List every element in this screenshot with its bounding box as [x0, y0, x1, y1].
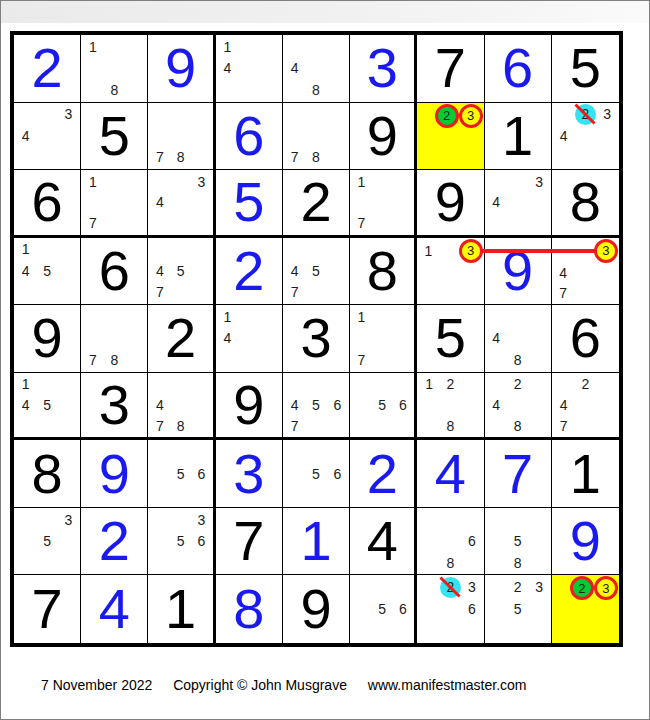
footer-date: 7 November 2022: [41, 677, 152, 693]
cell-r2c7[interactable]: 23: [417, 103, 484, 171]
footer: 7 November 2022 Copyright © John Musgrav…: [41, 677, 544, 693]
entered-digit: 9: [99, 446, 130, 502]
candidate: 1: [89, 40, 97, 54]
candidate: 4: [22, 264, 30, 278]
cell-r1c3[interactable]: 9: [148, 35, 215, 103]
candidate: 4: [291, 398, 299, 412]
cell-r3c4[interactable]: 5: [216, 170, 283, 238]
cell-r3c1[interactable]: 6: [14, 170, 81, 238]
candidate: 7: [156, 285, 164, 299]
pencil-marks: 234: [553, 104, 618, 169]
candidate: 8: [514, 419, 522, 433]
cell-r8c2[interactable]: 2: [81, 508, 148, 576]
cell-r6c8[interactable]: 248: [485, 373, 552, 441]
candidate: 7: [358, 216, 366, 230]
candidate: 2: [514, 580, 522, 594]
cell-r8c4[interactable]: 7: [216, 508, 283, 576]
pencil-marks: 34: [486, 171, 550, 234]
given-digit: 1: [570, 446, 601, 502]
pencil-marks: 14: [217, 36, 281, 101]
cell-r3c2[interactable]: 17: [81, 170, 148, 238]
cell-r3c3[interactable]: 34: [148, 170, 215, 238]
cell-r7c5[interactable]: 56: [283, 440, 350, 508]
candidate: 4: [223, 61, 231, 75]
given-digit: 5: [99, 108, 130, 164]
pencil-marks: 56: [351, 576, 413, 642]
cell-r9c1[interactable]: 7: [14, 575, 81, 643]
cell-r3c7[interactable]: 9: [417, 170, 484, 238]
cell-r6c5[interactable]: 4567: [283, 373, 350, 441]
pencil-marks: 18: [82, 36, 146, 101]
candidate: 6: [399, 398, 407, 412]
candidate: 5: [177, 534, 185, 548]
given-digit: 7: [233, 513, 264, 569]
cell-r8c7[interactable]: 68: [417, 508, 484, 576]
cell-r8c9[interactable]: 9: [552, 508, 619, 576]
cell-r5c2[interactable]: 78: [81, 305, 148, 373]
entered-digit: 2: [99, 513, 130, 569]
given-digit: 5: [570, 40, 601, 96]
pencil-marks: 23: [418, 104, 482, 169]
candidate: 1: [358, 175, 366, 189]
cell-r1c2[interactable]: 18: [81, 35, 148, 103]
sudoku-app-page: 2189144837653457867892312346173452179348…: [0, 0, 650, 720]
pencil-marks: 13: [418, 239, 482, 304]
cell-r5c3[interactable]: 2: [148, 305, 215, 373]
pencil-marks: 145: [15, 374, 79, 437]
candidate: 5: [43, 264, 51, 278]
cell-r9c9[interactable]: 23: [552, 575, 619, 643]
entered-digit: 2: [367, 446, 398, 502]
sudoku-board: 2189144837653457867892312346173452179348…: [10, 31, 623, 647]
pencil-marks: 4567: [284, 374, 348, 437]
candidate-circle-green: 2: [435, 104, 459, 128]
candidate: 4: [22, 398, 30, 412]
candidate: 4: [156, 264, 164, 278]
candidate: 3: [468, 580, 476, 594]
candidate: 7: [291, 419, 299, 433]
pencil-marks: 457: [149, 239, 211, 304]
entered-digit: 6: [233, 108, 264, 164]
cell-r8c8[interactable]: 58: [485, 508, 552, 576]
candidate-circle-yellow: 3: [594, 576, 618, 600]
candidate: 5: [514, 534, 522, 548]
entered-digit: 4: [435, 446, 466, 502]
cell-r2c2[interactable]: 5: [81, 103, 148, 171]
candidate: 5: [312, 264, 320, 278]
candidate: 8: [110, 83, 118, 97]
given-digit: 9: [435, 174, 466, 230]
cell-r5c8[interactable]: 48: [485, 305, 552, 373]
candidate: 1: [223, 310, 231, 324]
cell-r4c3[interactable]: 457: [148, 238, 215, 306]
candidate: 1: [424, 244, 432, 258]
candidate: 3: [197, 175, 205, 189]
cell-r4c7[interactable]: 13: [417, 238, 484, 306]
cell-r4c2[interactable]: 6: [81, 238, 148, 306]
cell-r6c4[interactable]: 9: [216, 373, 283, 441]
pencil-marks: 78: [284, 104, 348, 169]
cell-r5c4[interactable]: 14: [216, 305, 283, 373]
candidate: 5: [43, 398, 51, 412]
candidate: 4: [223, 331, 231, 345]
cell-r1c4[interactable]: 14: [216, 35, 283, 103]
given-digit: 6: [570, 310, 601, 366]
given-digit: 7: [435, 40, 466, 96]
candidate: 4: [492, 398, 500, 412]
candidate: 4: [22, 129, 30, 143]
entered-digit: 8: [233, 581, 264, 637]
cell-r5c1[interactable]: 9: [14, 305, 81, 373]
cell-r6c7[interactable]: 128: [417, 373, 484, 441]
candidate: 3: [535, 580, 543, 594]
cell-r1c8[interactable]: 6: [485, 35, 552, 103]
candidate: 7: [156, 419, 164, 433]
candidate: 4: [492, 195, 500, 209]
pencil-marks: 68: [418, 509, 482, 574]
given-digit: 2: [300, 174, 331, 230]
pencil-marks: 56: [284, 441, 348, 506]
candidate: 8: [177, 150, 185, 164]
candidate: 3: [197, 513, 205, 527]
pencil-marks: 14: [217, 306, 281, 371]
candidate: 3: [65, 107, 73, 121]
candidate: 1: [358, 310, 366, 324]
given-digit: 6: [32, 174, 63, 230]
candidate: 5: [177, 264, 185, 278]
cell-r9c2[interactable]: 4: [81, 575, 148, 643]
pencil-marks: 35: [15, 509, 79, 574]
candidate: 5: [378, 398, 386, 412]
pencil-marks: 457: [284, 239, 348, 304]
cell-r5c6[interactable]: 17: [350, 305, 417, 373]
candidate: 8: [177, 419, 185, 433]
pencil-marks: 17: [351, 171, 413, 234]
entered-digit: 3: [367, 40, 398, 96]
cell-r4c5[interactable]: 457: [283, 238, 350, 306]
candidate: 7: [89, 353, 97, 367]
cell-r4c6[interactable]: 8: [350, 238, 417, 306]
entered-digit: 2: [32, 40, 63, 96]
candidate: 2: [514, 377, 522, 391]
candidate: 7: [358, 353, 366, 367]
cell-r4c1[interactable]: 145: [14, 238, 81, 306]
pencil-marks: 248: [486, 374, 550, 437]
cell-r2c9[interactable]: 234: [552, 103, 619, 171]
cell-r5c9[interactable]: 6: [552, 305, 619, 373]
entered-digit: 7: [502, 446, 533, 502]
cell-r3c8[interactable]: 34: [485, 170, 552, 238]
cell-r6c2[interactable]: 3: [81, 373, 148, 441]
entered-digit: 3: [233, 446, 264, 502]
pencil-marks: 48: [284, 36, 348, 101]
cell-r3c9[interactable]: 8: [552, 170, 619, 238]
pencil-marks: 58: [486, 509, 550, 574]
footer-website: www.manifestmaster.com: [368, 677, 527, 693]
cell-r7c8[interactable]: 7: [485, 440, 552, 508]
cell-r3c5[interactable]: 2: [283, 170, 350, 238]
candidate: 7: [560, 419, 568, 433]
entered-digit: 5: [233, 174, 264, 230]
given-digit: 4: [367, 513, 398, 569]
entered-digit: 2: [233, 243, 264, 299]
candidate: 3: [535, 175, 543, 189]
given-digit: 8: [32, 446, 63, 502]
candidate: 7: [291, 285, 299, 299]
candidate: 5: [312, 467, 320, 481]
candidate: 2: [581, 377, 589, 391]
cell-r1c9[interactable]: 5: [552, 35, 619, 103]
pencil-marks: 478: [149, 374, 211, 437]
pencil-marks: 78: [149, 104, 211, 169]
cell-r1c5[interactable]: 48: [283, 35, 350, 103]
candidate-circle-yellow: 3: [594, 239, 618, 263]
candidate-circle-yellow: 3: [459, 104, 483, 128]
given-digit: 9: [367, 108, 398, 164]
candidate: 6: [468, 534, 476, 548]
candidate: 2: [447, 377, 455, 391]
pencil-marks: 235: [486, 576, 550, 642]
cell-r2c3[interactable]: 78: [148, 103, 215, 171]
candidate: 4: [560, 129, 568, 143]
given-digit: 1: [165, 581, 196, 637]
candidate: 8: [312, 83, 320, 97]
cell-r6c1[interactable]: 145: [14, 373, 81, 441]
cell-r2c4[interactable]: 6: [216, 103, 283, 171]
cell-r4c4[interactable]: 2: [216, 238, 283, 306]
given-digit: 2: [165, 310, 196, 366]
candidate: 4: [156, 398, 164, 412]
entered-digit: 1: [300, 513, 331, 569]
given-digit: 1: [502, 108, 533, 164]
cell-r1c6[interactable]: 3: [350, 35, 417, 103]
candidate: 6: [197, 534, 205, 548]
cell-r8c6[interactable]: 4: [350, 508, 417, 576]
cell-r9c7[interactable]: 236: [417, 575, 484, 643]
pencil-marks: 145: [15, 239, 79, 304]
candidate: 4: [560, 398, 568, 412]
cell-r7c9[interactable]: 1: [552, 440, 619, 508]
window-top-bar: [1, 1, 649, 23]
cell-r7c4[interactable]: 3: [216, 440, 283, 508]
candidate: 3: [65, 513, 73, 527]
candidate-circle-green: 2: [570, 576, 594, 600]
candidate: 6: [197, 467, 205, 481]
candidate-eliminated-cyan: 2: [440, 577, 461, 598]
cell-r9c8[interactable]: 235: [485, 575, 552, 643]
cell-r6c3[interactable]: 478: [148, 373, 215, 441]
cell-r1c1[interactable]: 2: [14, 35, 81, 103]
candidate: 3: [603, 107, 611, 121]
given-digit: 9: [233, 377, 264, 433]
candidate: 8: [514, 353, 522, 367]
candidate: 5: [177, 467, 185, 481]
cell-r8c1[interactable]: 35: [14, 508, 81, 576]
candidate: 4: [559, 266, 567, 280]
cell-r2c5[interactable]: 78: [283, 103, 350, 171]
candidate: 7: [559, 286, 567, 300]
candidate: 1: [22, 242, 30, 256]
candidate: 4: [492, 331, 500, 345]
candidate: 7: [291, 150, 299, 164]
pencil-marks: 356: [149, 509, 211, 574]
candidate: 8: [447, 556, 455, 570]
pencil-marks: 34: [149, 171, 211, 234]
chain-link-line: [471, 249, 606, 253]
cell-r7c1[interactable]: 8: [14, 440, 81, 508]
cell-r2c8[interactable]: 1: [485, 103, 552, 171]
cell-r3c6[interactable]: 17: [350, 170, 417, 238]
candidate: 6: [334, 467, 342, 481]
candidate: 8: [312, 150, 320, 164]
pencil-marks: 128: [418, 374, 482, 437]
candidate: 1: [22, 377, 30, 391]
pencil-marks: 236: [418, 576, 482, 642]
pencil-marks: 23: [553, 576, 618, 642]
entered-digit: 6: [502, 40, 533, 96]
candidate: 5: [378, 602, 386, 616]
cell-r7c2[interactable]: 9: [81, 440, 148, 508]
candidate: 8: [447, 419, 455, 433]
cell-r9c4[interactable]: 8: [216, 575, 283, 643]
candidate: 6: [468, 602, 476, 616]
candidate: 4: [291, 61, 299, 75]
cell-r9c5[interactable]: 9: [283, 575, 350, 643]
candidate: 6: [399, 602, 407, 616]
cell-r7c7[interactable]: 4: [417, 440, 484, 508]
given-digit: 9: [32, 310, 63, 366]
candidate: 5: [43, 534, 51, 548]
given-digit: 9: [300, 581, 331, 637]
cell-r5c5[interactable]: 3: [283, 305, 350, 373]
candidate: 7: [156, 150, 164, 164]
cell-r8c5[interactable]: 1: [283, 508, 350, 576]
candidate: 4: [156, 195, 164, 209]
cell-r6c6[interactable]: 56: [350, 373, 417, 441]
candidate: 6: [334, 398, 342, 412]
candidate: 8: [110, 353, 118, 367]
given-digit: 3: [300, 310, 331, 366]
given-digit: 6: [99, 243, 130, 299]
candidate: 5: [514, 602, 522, 616]
entered-digit: 4: [99, 581, 130, 637]
cell-r9c3[interactable]: 1: [148, 575, 215, 643]
cell-r8c3[interactable]: 356: [148, 508, 215, 576]
entered-digit: 9: [165, 40, 196, 96]
candidate: 4: [291, 264, 299, 278]
pencil-marks: 78: [82, 306, 146, 371]
pencil-marks: 247: [553, 374, 618, 437]
given-digit: 7: [32, 581, 63, 637]
given-digit: 8: [570, 174, 601, 230]
candidate: 1: [425, 377, 433, 391]
candidate: 8: [514, 556, 522, 570]
cell-r7c6[interactable]: 2: [350, 440, 417, 508]
given-digit: 5: [435, 310, 466, 366]
candidate-eliminated-cyan: 2: [575, 104, 596, 125]
candidate: 5: [312, 398, 320, 412]
given-digit: 3: [99, 377, 130, 433]
pencil-marks: 48: [486, 306, 550, 371]
pencil-marks: 17: [82, 171, 146, 234]
candidate-circle-yellow: 3: [459, 239, 483, 263]
pencil-marks: 56: [351, 374, 413, 437]
given-digit: 8: [367, 243, 398, 299]
footer-copyright: Copyright © John Musgrave: [173, 677, 347, 693]
cell-r6c9[interactable]: 247: [552, 373, 619, 441]
pencil-marks: 17: [351, 306, 413, 371]
pencil-marks: 56: [149, 441, 211, 506]
cell-r5c7[interactable]: 5: [417, 305, 484, 373]
candidate: 7: [89, 216, 97, 230]
entered-digit: 9: [570, 513, 601, 569]
pencil-marks: 34: [15, 104, 79, 169]
cell-r1c7[interactable]: 7: [417, 35, 484, 103]
cell-r7c3[interactable]: 56: [148, 440, 215, 508]
candidate: 1: [89, 175, 97, 189]
cell-r2c1[interactable]: 34: [14, 103, 81, 171]
candidate: 1: [223, 40, 231, 54]
cell-r9c6[interactable]: 56: [350, 575, 417, 643]
cell-r2c6[interactable]: 9: [350, 103, 417, 171]
